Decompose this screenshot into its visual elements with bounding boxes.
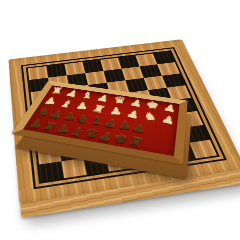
dark-rook-piece-icon: ♜ — [126, 135, 146, 150]
light-rook-piece-icon: ♜ — [49, 87, 64, 96]
light-bishop-piece-icon: ♝ — [80, 91, 95, 100]
light-pawn-piece-icon: ♟ — [159, 114, 176, 127]
light-queen-piece-icon: ♛ — [112, 96, 126, 105]
chess-set-product-photo: ♜♟♝♟♛♟♚♟♟♝♟♜♟♟♞♟♞♟♟♞♝♟♟♟♟♜♟♝♛♟♚♜ — [0, 0, 240, 240]
light-pawn-piece-icon: ♟ — [108, 107, 123, 117]
light-king-piece-icon: ♚ — [146, 101, 160, 111]
light-pawn-piece-icon: ♟ — [42, 97, 58, 106]
light-knight-piece-icon: ♞ — [143, 112, 158, 122]
light-pawn-piece-icon: ♟ — [75, 102, 90, 112]
board-square — [39, 161, 64, 181]
